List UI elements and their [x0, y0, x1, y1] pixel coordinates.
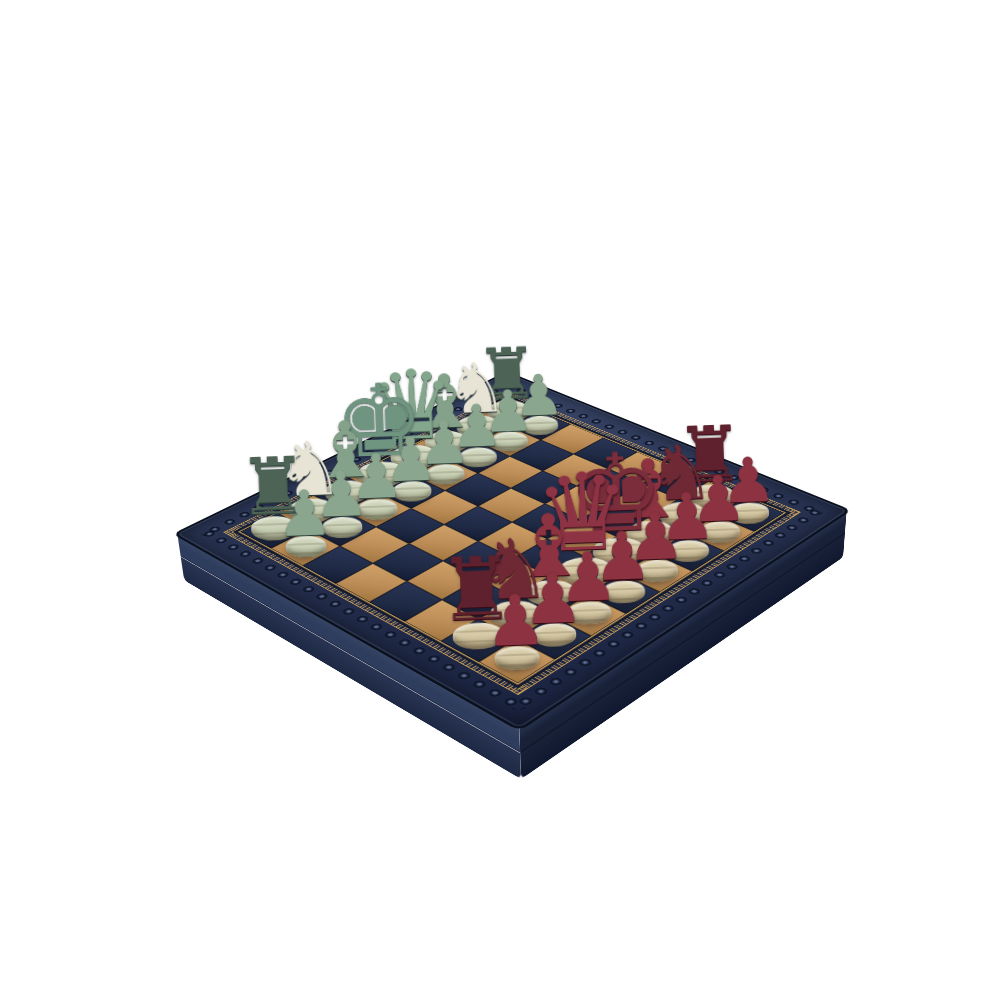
- chess-set-scene: ♟♟♟♟♟♟♟♟♜♞♝♚♛♝♞♜♟♟♟♟♟♟♟♟♜♞♝♛♚♝♞♜: [0, 0, 1000, 1000]
- square-d8: [621, 554, 692, 593]
- square-g6: [442, 579, 515, 619]
- square-c7: [616, 517, 685, 553]
- square-h4: [335, 563, 406, 602]
- square-d7: [584, 536, 654, 573]
- square-g8: [516, 616, 591, 659]
- square-g7: [478, 597, 552, 639]
- square-g3: [340, 527, 409, 563]
- square-h2: [271, 529, 340, 565]
- square-g4: [373, 544, 443, 582]
- stud-row-near-right-edge: [508, 507, 826, 713]
- square-e7: [550, 556, 621, 595]
- square-f7: [515, 576, 588, 616]
- square-h5: [369, 581, 442, 621]
- square-h6: [404, 600, 478, 642]
- board-top-face: [172, 371, 852, 731]
- square-f8: [552, 595, 626, 636]
- square-h7: [441, 619, 516, 662]
- chess-set-product-photo: ♟♟♟♟♟♟♟♟♜♞♝♚♛♝♞♜♟♟♟♟♟♟♟♟♜♞♝♛♚♝♞♜: [0, 0, 1000, 1000]
- square-g5: [407, 561, 478, 600]
- square-e8: [587, 574, 660, 614]
- square-c8: [654, 534, 724, 571]
- chess-pieces-layer: ♟♟♟♟♟♟♟♟♜♞♝♚♛♝♞♜♟♟♟♟♟♟♟♟♜♞♝♛♚♝♞♜: [0, 0, 982, 18]
- square-f6: [478, 558, 549, 597]
- square-h3: [303, 546, 373, 584]
- square-b8: [685, 515, 754, 551]
- square-e6: [513, 539, 583, 576]
- square-e5: [478, 522, 547, 558]
- square-f5: [443, 541, 513, 579]
- square-h8: [479, 639, 556, 684]
- square-d6: [547, 520, 616, 556]
- square-f4: [409, 525, 478, 561]
